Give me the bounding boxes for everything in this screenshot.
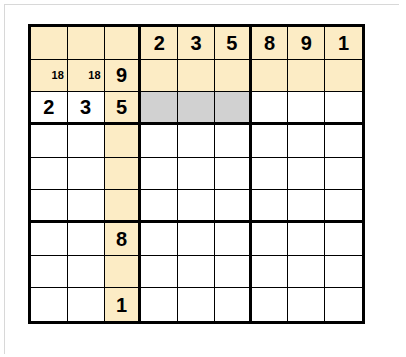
cell-r8c8[interactable] (288, 256, 325, 289)
cell-r1c3[interactable] (105, 27, 142, 60)
cell-r7c8[interactable] (288, 223, 325, 256)
cell-r3c3[interactable]: 5 (105, 92, 142, 125)
cell-r7c3[interactable]: 8 (105, 223, 142, 256)
cell-r7c7[interactable] (252, 223, 289, 256)
cell-r3c2[interactable]: 3 (68, 92, 105, 125)
cell-r6c7[interactable] (252, 190, 289, 223)
cell-r5c3[interactable] (105, 158, 142, 191)
cell-r5c9[interactable] (325, 158, 362, 191)
cell-r4c7[interactable] (252, 125, 289, 158)
cell-r3c5[interactable] (178, 92, 215, 125)
cell-r5c5[interactable] (178, 158, 215, 191)
sheet-edge-line-top (4, 4, 399, 5)
cell-r7c6[interactable] (215, 223, 252, 256)
cell-r5c8[interactable] (288, 158, 325, 191)
cell-r9c9[interactable] (325, 288, 362, 321)
cell-r8c2[interactable] (68, 256, 105, 289)
cell-r4c5[interactable] (178, 125, 215, 158)
cell-r3c1[interactable]: 2 (31, 92, 68, 125)
cell-r2c3[interactable]: 9 (105, 60, 142, 93)
cell-r4c6[interactable] (215, 125, 252, 158)
cell-r4c3[interactable] (105, 125, 142, 158)
cell-r5c1[interactable] (31, 158, 68, 191)
cell-r6c3[interactable] (105, 190, 142, 223)
cell-r3c9[interactable] (325, 92, 362, 125)
cell-r2c2[interactable]: 18 (68, 60, 105, 93)
cell-r9c2[interactable] (68, 288, 105, 321)
cell-r6c1[interactable] (31, 190, 68, 223)
cell-r9c8[interactable] (288, 288, 325, 321)
cell-r5c6[interactable] (215, 158, 252, 191)
cell-r8c4[interactable] (141, 256, 178, 289)
cell-r6c2[interactable] (68, 190, 105, 223)
cell-r1c1[interactable] (31, 27, 68, 60)
sheet-edge-line-left (4, 4, 5, 354)
cell-r3c4[interactable] (141, 92, 178, 125)
cell-r5c7[interactable] (252, 158, 289, 191)
cell-r8c7[interactable] (252, 256, 289, 289)
cell-r1c5[interactable]: 3 (178, 27, 215, 60)
puzzle-board: 2358911818923581 (28, 24, 365, 324)
cell-r2c6[interactable] (215, 60, 252, 93)
cell-r6c6[interactable] (215, 190, 252, 223)
cell-r8c1[interactable] (31, 256, 68, 289)
cell-r8c6[interactable] (215, 256, 252, 289)
page: 2358911818923581 (0, 0, 406, 357)
cell-r8c9[interactable] (325, 256, 362, 289)
cell-r4c2[interactable] (68, 125, 105, 158)
cell-r9c7[interactable] (252, 288, 289, 321)
cell-r1c4[interactable]: 2 (141, 27, 178, 60)
cell-r5c2[interactable] (68, 158, 105, 191)
cell-r8c5[interactable] (178, 256, 215, 289)
cell-r1c2[interactable] (68, 27, 105, 60)
cell-r4c9[interactable] (325, 125, 362, 158)
cell-r9c4[interactable] (141, 288, 178, 321)
cell-r1c7[interactable]: 8 (252, 27, 289, 60)
cell-r7c5[interactable] (178, 223, 215, 256)
cell-r3c6[interactable] (215, 92, 252, 125)
cell-r2c8[interactable] (288, 60, 325, 93)
cell-r1c8[interactable]: 9 (288, 27, 325, 60)
cell-r6c9[interactable] (325, 190, 362, 223)
cell-r6c4[interactable] (141, 190, 178, 223)
cell-r2c7[interactable] (252, 60, 289, 93)
cell-r9c5[interactable] (178, 288, 215, 321)
cell-r2c5[interactable] (178, 60, 215, 93)
cell-r6c8[interactable] (288, 190, 325, 223)
cell-r7c9[interactable] (325, 223, 362, 256)
cell-r3c7[interactable] (252, 92, 289, 125)
cell-r2c9[interactable] (325, 60, 362, 93)
cell-r4c4[interactable] (141, 125, 178, 158)
cell-r7c4[interactable] (141, 223, 178, 256)
cell-r1c6[interactable]: 5 (215, 27, 252, 60)
cell-r1c9[interactable]: 1 (325, 27, 362, 60)
cell-r2c1[interactable]: 18 (31, 60, 68, 93)
cell-r2c4[interactable] (141, 60, 178, 93)
cell-r9c6[interactable] (215, 288, 252, 321)
cell-r9c1[interactable] (31, 288, 68, 321)
cell-r8c3[interactable] (105, 256, 142, 289)
cell-r7c2[interactable] (68, 223, 105, 256)
cell-r3c8[interactable] (288, 92, 325, 125)
cell-r6c5[interactable] (178, 190, 215, 223)
cell-r5c4[interactable] (141, 158, 178, 191)
cell-r7c1[interactable] (31, 223, 68, 256)
cell-r9c3[interactable]: 1 (105, 288, 142, 321)
cell-r4c1[interactable] (31, 125, 68, 158)
cell-r4c8[interactable] (288, 125, 325, 158)
